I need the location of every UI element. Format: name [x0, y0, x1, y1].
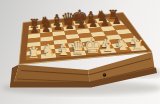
- drawer-knob-highlight: [104, 74, 105, 75]
- box-base-left: [10, 82, 91, 88]
- chess-set-photo: ♜♞♝♛♚♝♞♜♟♟♟♟♟♟♟♟♟♟♟♟♟♟♟♟♜♞♝♛♚♝♞♜: [0, 0, 160, 104]
- drawer-knob: [103, 73, 107, 77]
- chess-board: [0, 0, 160, 104]
